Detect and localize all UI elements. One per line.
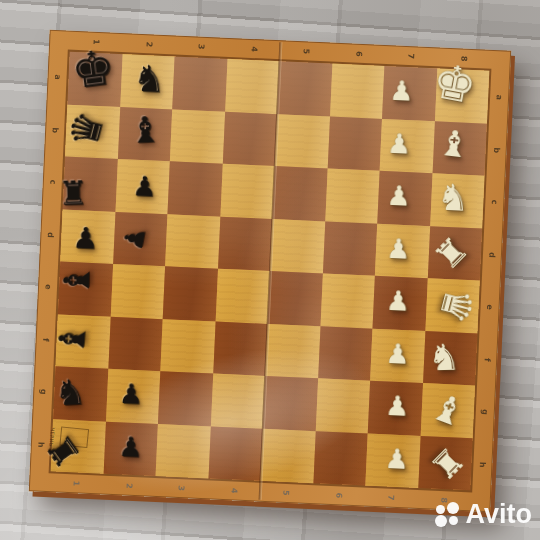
board-square-b6 [327,116,382,171]
coord-right-e: e [485,304,494,310]
chess-piece-white-pawn: ♟ [389,77,414,105]
board-square-d5 [270,219,325,274]
coord-right-g: g [480,409,489,415]
board-square-e6 [320,273,375,328]
coord-bottom-4: 4 [229,488,238,494]
photo-chess-listing: { "game": "chess", "scene": "Overhead ph… [0,0,540,540]
chess-piece-black-pawn: ♟ [72,223,99,253]
board-square-e5 [268,271,323,326]
coord-bottom-5: 5 [282,490,291,496]
coord-right-h: h [478,462,487,468]
board-square-h4 [208,426,263,481]
coord-left-a: a [53,75,62,81]
chess-piece-white-bishop: ♝ [436,124,472,163]
chess-piece-white-knight: ♞ [427,339,460,376]
chess-piece-white-knight: ♞ [436,180,470,217]
chess-piece-black-bishop-fallen: ♝ [54,322,91,356]
coord-right-f: f [483,358,492,362]
coord-top-5: 5 [302,48,311,54]
coord-left-g: g [39,389,48,395]
board-square-d6 [322,221,377,276]
board-square-d4 [218,216,273,271]
board-square-g4 [210,374,265,429]
board-square-h6 [313,431,368,486]
board-square-d3 [165,214,220,269]
chess-piece-white-pawn: ♟ [386,235,411,263]
chess-piece-black-knight: ♞ [54,375,87,412]
chess-piece-black-pawn: ♟ [118,380,143,408]
chess-piece-white-pawn: ♟ [386,182,411,210]
board-square-h5 [260,428,315,483]
coord-bottom-2: 2 [124,483,133,489]
coord-left-b: b [51,127,60,133]
board-square-f6 [318,326,373,381]
board-square-a3 [172,56,227,111]
chess-piece-black-king: ♚ [69,42,118,95]
board-square-c5 [272,166,327,221]
board-square-f2 [108,316,163,371]
chess-piece-black-rook: ♜ [58,176,88,210]
chess-piece-black-bishop: ♝ [128,111,162,149]
board-square-g3 [158,371,213,426]
board-square-h3 [156,424,211,479]
chess-piece-white-pawn: ♟ [385,287,410,315]
board-square-b4 [222,111,277,166]
board-square-a4 [225,59,280,114]
chess-piece-black-pawn: ♟ [118,433,143,461]
coord-top-2: 2 [144,41,153,47]
board-square-e4 [215,269,270,324]
chess-piece-white-king: ♚ [429,56,480,111]
board-square-a6 [330,64,385,119]
avito-logo-icon [435,502,461,528]
coord-right-b: b [492,147,501,153]
coord-top-7: 7 [407,53,416,59]
board-square-f4 [213,321,268,376]
board-square-c6 [325,168,380,223]
chess-piece-black-knight: ♞ [132,61,166,98]
coord-right-c: c [490,200,499,205]
coord-top-4: 4 [249,46,258,52]
coord-bottom-6: 6 [334,492,343,498]
chess-piece-white-pawn: ♟ [385,392,410,420]
avito-watermark: Avito [435,499,533,530]
coord-top-3: 3 [197,44,206,50]
coord-left-f: f [41,338,50,342]
coord-left-e: e [43,284,52,290]
coord-top-6: 6 [354,51,363,57]
coord-right-d: d [487,252,496,258]
chess-board: 1234567812345678abcdefghabcdefgh ЧЕРНЬ ♚… [29,30,511,512]
board-square-c3 [167,161,222,216]
board-square-b5 [275,114,330,169]
coord-bottom-3: 3 [177,485,186,491]
board-square-e3 [163,266,218,321]
chess-piece-white-pawn: ♟ [386,129,411,157]
board-square-g6 [315,378,370,433]
coord-left-c: c [48,180,57,185]
chess-piece-black-bishop-fallen: ♝ [60,265,95,297]
chess-piece-black-pawn-fallen: ♟ [119,225,149,253]
board-square-a5 [277,61,332,116]
chess-piece-white-pawn: ♟ [385,340,410,368]
coord-left-d: d [46,232,55,238]
board-square-e2 [110,264,165,319]
board-square-b3 [170,109,225,164]
coord-bottom-7: 7 [386,495,395,501]
board-square-c4 [220,164,275,219]
chess-piece-black-pawn: ♟ [132,172,157,200]
board-grid [51,52,490,491]
board-square-g5 [263,376,318,431]
board-square-f5 [265,323,320,378]
board-square-f3 [160,319,215,374]
avito-watermark-text: Avito [466,499,533,530]
coord-right-a: a [494,95,503,101]
chess-piece-white-pawn: ♟ [384,445,409,473]
coord-bottom-1: 1 [72,480,81,486]
